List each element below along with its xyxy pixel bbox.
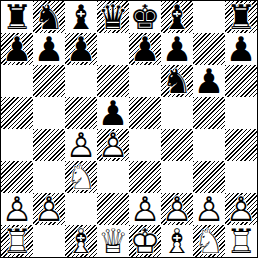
square-g6[interactable]: ♟ — [193, 65, 225, 97]
piece-black-pawn: ♟ — [225, 33, 257, 65]
square-f1[interactable]: ♝♗ — [161, 225, 193, 257]
piece-black-pawn: ♟ — [1, 33, 33, 65]
square-c6[interactable] — [65, 65, 97, 97]
piece-white-pawn: ♟♙ — [33, 193, 65, 225]
chess-board-frame: ♜♞♝♛♚♝♜♟♟♟♟♟♟♞♟♟♟♙♟♙♞♘♟♙♟♙♟♙♟♙♟♙♟♙♜♖♝♗♛♕… — [0, 0, 258, 258]
square-b1[interactable] — [33, 225, 65, 257]
piece-black-pawn: ♟ — [65, 33, 97, 65]
piece-black-queen: ♛ — [97, 1, 129, 33]
square-e5[interactable] — [129, 97, 161, 129]
square-a6[interactable] — [1, 65, 33, 97]
square-h5[interactable] — [225, 97, 257, 129]
square-d8[interactable]: ♛ — [97, 1, 129, 33]
square-g1[interactable]: ♞♘ — [193, 225, 225, 257]
piece-black-pawn: ♟ — [193, 65, 225, 97]
square-d7[interactable] — [97, 33, 129, 65]
square-f5[interactable] — [161, 97, 193, 129]
piece-white-bishop: ♝♗ — [65, 225, 97, 257]
square-g4[interactable] — [193, 129, 225, 161]
piece-white-knight: ♞♘ — [193, 225, 225, 257]
piece-white-rook: ♜♖ — [1, 225, 33, 257]
square-d3[interactable] — [97, 161, 129, 193]
piece-white-knight: ♞♘ — [65, 161, 97, 193]
piece-black-pawn: ♟ — [33, 33, 65, 65]
square-b2[interactable]: ♟♙ — [33, 193, 65, 225]
square-b6[interactable] — [33, 65, 65, 97]
square-a7[interactable]: ♟ — [1, 33, 33, 65]
square-e7[interactable]: ♟ — [129, 33, 161, 65]
square-h7[interactable]: ♟ — [225, 33, 257, 65]
square-d1[interactable]: ♛♕ — [97, 225, 129, 257]
square-f6[interactable]: ♞ — [161, 65, 193, 97]
square-h6[interactable] — [225, 65, 257, 97]
square-b4[interactable] — [33, 129, 65, 161]
piece-white-king: ♚♔ — [129, 225, 161, 257]
square-a4[interactable] — [1, 129, 33, 161]
square-h4[interactable] — [225, 129, 257, 161]
square-a1[interactable]: ♜♖ — [1, 225, 33, 257]
piece-white-pawn: ♟♙ — [97, 129, 129, 161]
square-b7[interactable]: ♟ — [33, 33, 65, 65]
square-c1[interactable]: ♝♗ — [65, 225, 97, 257]
chess-board: ♜♞♝♛♚♝♜♟♟♟♟♟♟♞♟♟♟♙♟♙♞♘♟♙♟♙♟♙♟♙♟♙♟♙♜♖♝♗♛♕… — [1, 1, 257, 257]
square-h1[interactable]: ♜♖ — [225, 225, 257, 257]
square-c7[interactable]: ♟ — [65, 33, 97, 65]
square-a5[interactable] — [1, 97, 33, 129]
piece-black-knight: ♞ — [161, 65, 193, 97]
square-g5[interactable] — [193, 97, 225, 129]
piece-white-bishop: ♝♗ — [161, 225, 193, 257]
square-b5[interactable] — [33, 97, 65, 129]
piece-white-queen: ♛♕ — [97, 225, 129, 257]
square-e6[interactable] — [129, 65, 161, 97]
square-c3[interactable]: ♞♘ — [65, 161, 97, 193]
square-f4[interactable] — [161, 129, 193, 161]
square-e4[interactable] — [129, 129, 161, 161]
square-e1[interactable]: ♚♔ — [129, 225, 161, 257]
square-d4[interactable]: ♟♙ — [97, 129, 129, 161]
piece-white-rook: ♜♖ — [225, 225, 257, 257]
square-g8[interactable] — [193, 1, 225, 33]
piece-black-pawn: ♟ — [129, 33, 161, 65]
